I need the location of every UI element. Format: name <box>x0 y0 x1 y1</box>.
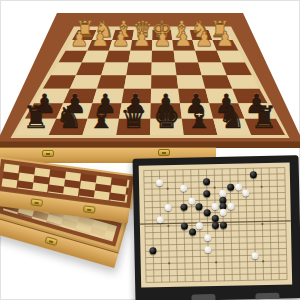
go-stone-white <box>196 222 203 229</box>
go-board-surface <box>139 162 293 287</box>
go-stone-black <box>227 184 234 191</box>
go-stone-white <box>219 209 226 216</box>
brass-clasp-icon <box>158 149 170 156</box>
chess-board <box>0 0 300 163</box>
go-stone-black <box>181 222 188 229</box>
product-photo-canvas: ♜♞♝♛♚♝♞♜♟♟♟♟♟♟♟♟♟♟♟♟♟♟♟♟♜♞♝♛♚♝♞♜ <box>0 0 300 300</box>
brass-clasp-icon <box>30 198 43 207</box>
chess-set-photo: ♜♞♝♛♚♝♞♜♟♟♟♟♟♟♟♟♟♟♟♟♟♟♟♟♜♞♝♛♚♝♞♜ <box>0 0 300 163</box>
go-stone-white <box>252 252 259 259</box>
brass-clasp-icon <box>83 205 96 214</box>
go-stone-white <box>227 202 234 209</box>
go-stone-black <box>188 228 195 235</box>
go-stone-white <box>235 184 242 191</box>
brass-clasp-icon <box>45 236 58 246</box>
go-stone-black <box>212 221 219 228</box>
go-stone-black <box>180 203 187 210</box>
go-stone-white <box>180 185 187 192</box>
go-stone-white <box>211 203 218 210</box>
go-board-frame <box>133 155 300 300</box>
go-stone-black <box>250 171 257 178</box>
go-stone-white <box>164 204 171 211</box>
go-board-foot <box>255 293 279 300</box>
go-stone-white <box>188 197 195 204</box>
go-stone-black <box>220 221 227 228</box>
folded-boards-photo <box>0 155 145 300</box>
go-board-photo <box>134 157 300 300</box>
go-board-foot <box>192 294 216 300</box>
